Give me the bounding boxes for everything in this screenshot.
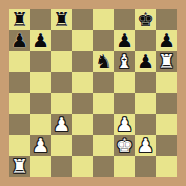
square-b1[interactable] bbox=[30, 156, 51, 177]
square-f7[interactable]: ♟ bbox=[114, 30, 135, 51]
square-b3[interactable] bbox=[30, 114, 51, 135]
piece-white-bishop: ♝ bbox=[116, 51, 133, 72]
square-h3[interactable] bbox=[156, 114, 177, 135]
square-g8[interactable]: ♚ bbox=[135, 9, 156, 30]
chess-board: ♜♜♚♟♟♟♟♞♝♟♜♟♟♟♚♟♜ bbox=[0, 0, 186, 186]
square-h7[interactable]: ♟ bbox=[156, 30, 177, 51]
square-f2[interactable]: ♚ bbox=[114, 135, 135, 156]
square-g5[interactable] bbox=[135, 72, 156, 93]
square-a2[interactable] bbox=[9, 135, 30, 156]
square-c6[interactable] bbox=[51, 51, 72, 72]
square-e6[interactable]: ♞ bbox=[93, 51, 114, 72]
piece-white-pawn: ♟ bbox=[116, 114, 133, 135]
square-g1[interactable] bbox=[135, 156, 156, 177]
square-f6[interactable]: ♝ bbox=[114, 51, 135, 72]
square-h6[interactable]: ♜ bbox=[156, 51, 177, 72]
square-c7[interactable] bbox=[51, 30, 72, 51]
square-b6[interactable] bbox=[30, 51, 51, 72]
square-h2[interactable] bbox=[156, 135, 177, 156]
square-b2[interactable]: ♟ bbox=[30, 135, 51, 156]
piece-black-pawn: ♟ bbox=[11, 30, 28, 51]
piece-white-pawn: ♟ bbox=[137, 135, 154, 156]
square-g4[interactable] bbox=[135, 93, 156, 114]
square-a4[interactable] bbox=[9, 93, 30, 114]
square-b5[interactable] bbox=[30, 72, 51, 93]
square-c5[interactable] bbox=[51, 72, 72, 93]
piece-black-pawn: ♟ bbox=[116, 30, 133, 51]
square-f3[interactable]: ♟ bbox=[114, 114, 135, 135]
square-b7[interactable]: ♟ bbox=[30, 30, 51, 51]
piece-white-pawn: ♟ bbox=[32, 135, 49, 156]
piece-white-rook: ♜ bbox=[11, 156, 28, 177]
square-c8[interactable]: ♜ bbox=[51, 9, 72, 30]
square-d2[interactable] bbox=[72, 135, 93, 156]
square-a7[interactable]: ♟ bbox=[9, 30, 30, 51]
piece-black-pawn: ♟ bbox=[158, 30, 175, 51]
square-d3[interactable] bbox=[72, 114, 93, 135]
square-e1[interactable] bbox=[93, 156, 114, 177]
square-d1[interactable] bbox=[72, 156, 93, 177]
piece-white-king: ♚ bbox=[116, 135, 133, 156]
square-a1[interactable]: ♜ bbox=[9, 156, 30, 177]
square-e8[interactable] bbox=[93, 9, 114, 30]
square-b4[interactable] bbox=[30, 93, 51, 114]
square-d7[interactable] bbox=[72, 30, 93, 51]
square-d8[interactable] bbox=[72, 9, 93, 30]
square-c4[interactable] bbox=[51, 93, 72, 114]
piece-black-king: ♚ bbox=[137, 9, 154, 30]
piece-white-pawn: ♟ bbox=[53, 114, 70, 135]
square-h4[interactable] bbox=[156, 93, 177, 114]
square-g3[interactable] bbox=[135, 114, 156, 135]
square-g2[interactable]: ♟ bbox=[135, 135, 156, 156]
square-h8[interactable] bbox=[156, 9, 177, 30]
square-d5[interactable] bbox=[72, 72, 93, 93]
square-a3[interactable] bbox=[9, 114, 30, 135]
square-e4[interactable] bbox=[93, 93, 114, 114]
square-e2[interactable] bbox=[93, 135, 114, 156]
piece-black-rook: ♜ bbox=[53, 9, 70, 30]
piece-white-rook: ♜ bbox=[158, 51, 175, 72]
square-a8[interactable]: ♜ bbox=[9, 9, 30, 30]
square-c2[interactable] bbox=[51, 135, 72, 156]
square-h5[interactable] bbox=[156, 72, 177, 93]
piece-black-pawn: ♟ bbox=[137, 51, 154, 72]
square-b8[interactable] bbox=[30, 9, 51, 30]
piece-black-rook: ♜ bbox=[11, 9, 28, 30]
square-d6[interactable] bbox=[72, 51, 93, 72]
square-f1[interactable] bbox=[114, 156, 135, 177]
square-a5[interactable] bbox=[9, 72, 30, 93]
square-c1[interactable] bbox=[51, 156, 72, 177]
square-e5[interactable] bbox=[93, 72, 114, 93]
square-f5[interactable] bbox=[114, 72, 135, 93]
square-f4[interactable] bbox=[114, 93, 135, 114]
square-a6[interactable] bbox=[9, 51, 30, 72]
square-g6[interactable]: ♟ bbox=[135, 51, 156, 72]
square-e7[interactable] bbox=[93, 30, 114, 51]
square-h1[interactable] bbox=[156, 156, 177, 177]
piece-black-knight: ♞ bbox=[95, 51, 112, 72]
piece-black-pawn: ♟ bbox=[32, 30, 49, 51]
square-e3[interactable] bbox=[93, 114, 114, 135]
square-g7[interactable] bbox=[135, 30, 156, 51]
square-c3[interactable]: ♟ bbox=[51, 114, 72, 135]
square-d4[interactable] bbox=[72, 93, 93, 114]
square-f8[interactable] bbox=[114, 9, 135, 30]
